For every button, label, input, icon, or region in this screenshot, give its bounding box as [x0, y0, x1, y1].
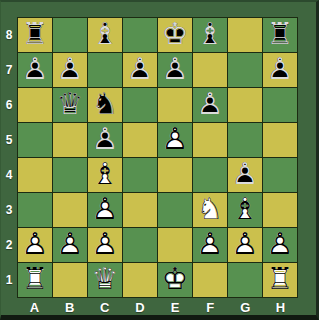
square-e8[interactable]: ♚♔ — [158, 18, 192, 52]
square-c7[interactable] — [88, 53, 122, 87]
white-knight-outline: ♘ — [193, 192, 227, 226]
white-rook[interactable]: ♜♖ — [263, 263, 297, 297]
rank-label-7: 7 — [1, 52, 17, 87]
board-frame: 87654321 ♜♖♝♗♚♔♝♗♜♖♟♙♟♙♟♙♟♙♟♙♛♕♞♘♟♙♟♙♟♙♝… — [0, 0, 319, 320]
square-b8[interactable] — [53, 18, 87, 52]
square-g2[interactable]: ♟♙ — [228, 228, 262, 262]
chess-board: ♜♖♝♗♚♔♝♗♜♖♟♙♟♙♟♙♟♙♟♙♛♕♞♘♟♙♟♙♟♙♝♗♟♙♟♙♞♘♝♗… — [17, 17, 298, 298]
square-f3[interactable]: ♞♘ — [193, 193, 227, 227]
black-pawn[interactable]: ♟♙ — [193, 88, 227, 122]
white-pawn-outline: ♙ — [53, 227, 87, 261]
square-d5[interactable] — [123, 123, 157, 157]
square-c6[interactable]: ♞♘ — [88, 88, 122, 122]
square-g6[interactable] — [228, 88, 262, 122]
square-c4[interactable]: ♝♗ — [88, 158, 122, 192]
white-rook[interactable]: ♜♖ — [18, 263, 52, 297]
white-pawn-outline: ♙ — [88, 192, 122, 226]
rank-label-4: 4 — [1, 158, 17, 193]
square-a6[interactable] — [18, 88, 52, 122]
square-d1[interactable] — [123, 263, 157, 297]
black-pawn[interactable]: ♟♙ — [263, 53, 297, 87]
white-bishop[interactable]: ♝♗ — [228, 193, 262, 227]
square-e3[interactable] — [158, 193, 192, 227]
square-c5[interactable]: ♟♙ — [88, 123, 122, 157]
file-label-a: A — [17, 299, 52, 316]
black-bishop-outline: ♗ — [88, 17, 122, 51]
square-h7[interactable]: ♟♙ — [263, 53, 297, 87]
file-label-c: C — [87, 299, 122, 316]
black-bishop[interactable]: ♝♗ — [88, 18, 122, 52]
square-h5[interactable] — [263, 123, 297, 157]
file-label-b: B — [52, 299, 87, 316]
square-b6[interactable]: ♛♕ — [53, 88, 87, 122]
square-a3[interactable] — [18, 193, 52, 227]
square-g4[interactable]: ♟♙ — [228, 158, 262, 192]
white-pawn[interactable]: ♟♙ — [193, 228, 227, 262]
square-f5[interactable] — [193, 123, 227, 157]
rank-label-6: 6 — [1, 87, 17, 122]
black-pawn[interactable]: ♟♙ — [53, 53, 87, 87]
file-label-f: F — [193, 299, 228, 316]
white-pawn[interactable]: ♟♙ — [88, 228, 122, 262]
square-a5[interactable] — [18, 123, 52, 157]
square-f1[interactable] — [193, 263, 227, 297]
square-a1[interactable]: ♜♖ — [18, 263, 52, 297]
square-a2[interactable]: ♟♙ — [18, 228, 52, 262]
black-rook-outline: ♖ — [18, 17, 52, 51]
square-a8[interactable]: ♜♖ — [18, 18, 52, 52]
white-bishop-outline: ♗ — [228, 192, 262, 226]
black-pawn-outline: ♙ — [18, 52, 52, 86]
square-d6[interactable] — [123, 88, 157, 122]
black-pawn[interactable]: ♟♙ — [18, 53, 52, 87]
black-pawn-outline: ♙ — [88, 122, 122, 156]
square-h4[interactable] — [263, 158, 297, 192]
square-d8[interactable] — [123, 18, 157, 52]
black-queen[interactable]: ♛♕ — [53, 88, 87, 122]
square-d7[interactable]: ♟♙ — [123, 53, 157, 87]
black-pawn-outline: ♙ — [193, 87, 227, 121]
rank-label-5: 5 — [1, 122, 17, 157]
white-knight[interactable]: ♞♘ — [193, 193, 227, 227]
square-a7[interactable]: ♟♙ — [18, 53, 52, 87]
black-queen-outline: ♕ — [53, 87, 87, 121]
rank-label-8: 8 — [1, 17, 17, 52]
square-h1[interactable]: ♜♖ — [263, 263, 297, 297]
square-c3[interactable]: ♟♙ — [88, 193, 122, 227]
square-h3[interactable] — [263, 193, 297, 227]
square-b3[interactable] — [53, 193, 87, 227]
file-label-e: E — [158, 299, 193, 316]
square-e6[interactable] — [158, 88, 192, 122]
black-pawn-outline: ♙ — [123, 52, 157, 86]
rank-label-2: 2 — [1, 228, 17, 263]
black-pawn-outline: ♙ — [263, 52, 297, 86]
square-g1[interactable] — [228, 263, 262, 297]
black-pawn[interactable]: ♟♙ — [228, 158, 262, 192]
black-rook[interactable]: ♜♖ — [18, 18, 52, 52]
white-pawn[interactable]: ♟♙ — [263, 228, 297, 262]
square-b5[interactable] — [53, 123, 87, 157]
square-d2[interactable] — [123, 228, 157, 262]
white-pawn-outline: ♙ — [88, 227, 122, 261]
white-bishop[interactable]: ♝♗ — [88, 158, 122, 192]
black-knight[interactable]: ♞♘ — [88, 88, 122, 122]
black-pawn-outline: ♙ — [228, 157, 262, 191]
square-g3[interactable]: ♝♗ — [228, 193, 262, 227]
square-c1[interactable]: ♛♕ — [88, 263, 122, 297]
square-e2[interactable] — [158, 228, 192, 262]
white-pawn[interactable]: ♟♙ — [228, 228, 262, 262]
black-pawn[interactable]: ♟♙ — [88, 123, 122, 157]
black-king-outline: ♔ — [158, 17, 192, 51]
square-f8[interactable]: ♝♗ — [193, 18, 227, 52]
square-h2[interactable]: ♟♙ — [263, 228, 297, 262]
file-label-d: D — [122, 299, 157, 316]
black-rook-outline: ♖ — [263, 17, 297, 51]
file-labels: ABCDEFGH — [17, 299, 298, 316]
rank-label-1: 1 — [1, 263, 17, 298]
white-queen-outline: ♕ — [88, 262, 122, 296]
white-king-outline: ♔ — [158, 262, 192, 296]
square-e1[interactable]: ♚♔ — [158, 263, 192, 297]
white-queen[interactable]: ♛♕ — [88, 263, 122, 297]
square-e7[interactable]: ♟♙ — [158, 53, 192, 87]
black-knight-outline: ♘ — [88, 87, 122, 121]
square-f7[interactable] — [193, 53, 227, 87]
file-label-g: G — [228, 299, 263, 316]
black-rook[interactable]: ♜♖ — [263, 18, 297, 52]
square-d4[interactable] — [123, 158, 157, 192]
white-pawn-outline: ♙ — [158, 122, 192, 156]
white-pawn-outline: ♙ — [263, 227, 297, 261]
black-pawn-outline: ♙ — [158, 52, 192, 86]
rank-labels: 87654321 — [1, 17, 17, 298]
square-h6[interactable] — [263, 88, 297, 122]
square-f2[interactable]: ♟♙ — [193, 228, 227, 262]
white-pawn[interactable]: ♟♙ — [53, 228, 87, 262]
square-f4[interactable] — [193, 158, 227, 192]
white-pawn-outline: ♙ — [228, 227, 262, 261]
square-b2[interactable]: ♟♙ — [53, 228, 87, 262]
square-g8[interactable] — [228, 18, 262, 52]
white-pawn[interactable]: ♟♙ — [158, 123, 192, 157]
black-king[interactable]: ♚♔ — [158, 18, 192, 52]
square-f6[interactable]: ♟♙ — [193, 88, 227, 122]
white-bishop-outline: ♗ — [88, 157, 122, 191]
square-g7[interactable] — [228, 53, 262, 87]
white-pawn[interactable]: ♟♙ — [18, 228, 52, 262]
square-b7[interactable]: ♟♙ — [53, 53, 87, 87]
square-h8[interactable]: ♜♖ — [263, 18, 297, 52]
square-e5[interactable]: ♟♙ — [158, 123, 192, 157]
square-e4[interactable] — [158, 158, 192, 192]
black-pawn-outline: ♙ — [53, 52, 87, 86]
white-king[interactable]: ♚♔ — [158, 263, 192, 297]
square-b4[interactable] — [53, 158, 87, 192]
white-pawn-outline: ♙ — [18, 227, 52, 261]
square-b1[interactable] — [53, 263, 87, 297]
black-pawn[interactable]: ♟♙ — [123, 53, 157, 87]
white-rook-outline: ♖ — [18, 262, 52, 296]
file-label-h: H — [263, 299, 298, 316]
square-g5[interactable] — [228, 123, 262, 157]
black-bishop-outline: ♗ — [193, 17, 227, 51]
square-c2[interactable]: ♟♙ — [88, 228, 122, 262]
square-d3[interactable] — [123, 193, 157, 227]
black-pawn[interactable]: ♟♙ — [158, 53, 192, 87]
square-a4[interactable] — [18, 158, 52, 192]
white-rook-outline: ♖ — [263, 262, 297, 296]
white-pawn-outline: ♙ — [193, 227, 227, 261]
square-c8[interactable]: ♝♗ — [88, 18, 122, 52]
rank-label-3: 3 — [1, 193, 17, 228]
white-pawn[interactable]: ♟♙ — [88, 193, 122, 227]
black-bishop[interactable]: ♝♗ — [193, 18, 227, 52]
